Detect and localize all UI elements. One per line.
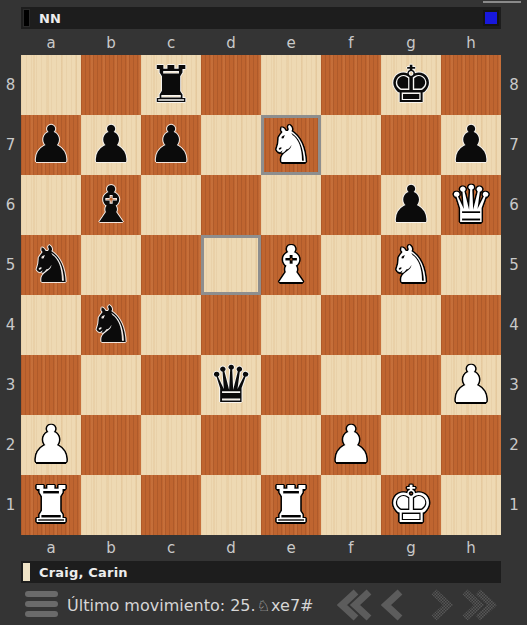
file-labels-bottom: abcdefgh [21,537,501,559]
square-c8[interactable]: ♜ [141,55,201,115]
chess-board: ♜♚♟♟♟♞♟♝♟♛♞♝♞♞♛♟♟♟♜♜♚ [21,55,501,535]
square-c3[interactable] [141,355,201,415]
file-label: h [441,537,501,559]
file-label: d [201,32,261,54]
square-c4[interactable] [141,295,201,355]
white-side-indicator [23,563,30,581]
square-d8[interactable] [201,55,261,115]
rank-label: 4 [501,295,527,355]
square-h1[interactable] [441,475,501,535]
rank-labels-left: 87654321 [0,55,21,535]
file-label: f [321,537,381,559]
rank-label: 6 [0,175,21,235]
square-b7[interactable]: ♟ [81,115,141,175]
rank-label: 3 [0,355,21,415]
rank-label: 6 [501,175,527,235]
rank-label: 7 [0,115,21,175]
square-e4[interactable] [261,295,321,355]
file-label: d [201,537,261,559]
square-e1[interactable]: ♜ [261,475,321,535]
top-player-bar: NN [21,7,501,29]
black-pawn[interactable]: ♟ [388,175,434,235]
top-player-name: NN [39,11,61,26]
square-e2[interactable] [261,415,321,475]
file-label: h [441,32,501,54]
square-h8[interactable] [441,55,501,115]
square-b6[interactable]: ♝ [81,175,141,235]
white-pawn[interactable]: ♟ [328,415,374,475]
square-f5[interactable] [321,235,381,295]
next-move-button[interactable] [430,589,453,621]
file-label: c [141,537,201,559]
square-h3[interactable]: ♟ [441,355,501,415]
square-b8[interactable] [81,55,141,115]
square-c5[interactable] [141,235,201,295]
square-a6[interactable] [21,175,81,235]
square-e8[interactable] [261,55,321,115]
square-g4[interactable] [381,295,441,355]
square-f1[interactable] [321,475,381,535]
file-label: e [261,537,321,559]
square-a5[interactable]: ♞ [21,235,81,295]
square-d1[interactable] [201,475,261,535]
rank-label: 2 [501,415,527,475]
first-move-button[interactable] [337,589,373,621]
black-pawn[interactable]: ♟ [148,115,194,175]
square-a7[interactable]: ♟ [21,115,81,175]
square-d3[interactable]: ♛ [201,355,261,415]
square-e6[interactable] [261,175,321,235]
square-a3[interactable] [21,355,81,415]
square-b5[interactable] [81,235,141,295]
square-d5[interactable] [201,235,261,295]
rank-label: 1 [0,475,21,535]
file-label: e [261,32,321,54]
rank-label: 3 [501,355,527,415]
rank-label: 8 [0,55,21,115]
square-b1[interactable] [81,475,141,535]
file-label: b [81,32,141,54]
rank-labels-right: 87654321 [501,55,527,535]
black-pawn[interactable]: ♟ [88,115,134,175]
rank-label: 5 [501,235,527,295]
square-g3[interactable] [381,355,441,415]
square-h7[interactable]: ♟ [441,115,501,175]
rank-label: 8 [501,55,527,115]
last-move-button[interactable] [461,589,497,621]
file-label: a [21,32,81,54]
square-g6[interactable]: ♟ [381,175,441,235]
white-pawn[interactable]: ♟ [28,415,74,475]
square-h6[interactable]: ♛ [441,175,501,235]
square-a8[interactable] [21,55,81,115]
square-h5[interactable] [441,235,501,295]
square-d6[interactable] [201,175,261,235]
black-rook[interactable]: ♜ [148,55,194,115]
white-pawn[interactable]: ♟ [448,355,494,415]
bottom-player-bar: Craig, Carin [21,561,501,583]
rank-label: 5 [0,235,21,295]
square-f4[interactable] [321,295,381,355]
square-g1[interactable]: ♚ [381,475,441,535]
bottom-player-name: Craig, Carin [39,565,128,580]
square-g5[interactable]: ♞ [381,235,441,295]
square-g2[interactable] [381,415,441,475]
square-h2[interactable] [441,415,501,475]
black-side-indicator [23,9,30,27]
move-navigation [337,589,497,621]
previous-move-button[interactable] [381,589,404,621]
white-rook[interactable]: ♜ [268,475,314,535]
last-move-suffix: xe7# [271,596,313,615]
white-bishop[interactable]: ♝ [268,235,314,295]
white-rook[interactable]: ♜ [28,475,74,535]
square-a1[interactable]: ♜ [21,475,81,535]
file-label: a [21,537,81,559]
square-d7[interactable] [201,115,261,175]
white-knight-icon: ♘ [257,597,270,615]
black-pawn[interactable]: ♟ [28,115,74,175]
black-queen[interactable]: ♛ [208,355,254,415]
black-pawn[interactable]: ♟ [448,115,494,175]
white-king[interactable]: ♚ [388,475,434,535]
bottom-controls: Último movimiento: 25. ♘ xe7# [0,586,527,625]
square-d2[interactable] [201,415,261,475]
square-c1[interactable] [141,475,201,535]
last-move-prefix: Último movimiento: 25. [67,596,256,615]
square-e3[interactable] [261,355,321,415]
file-labels-top: abcdefgh [21,32,501,54]
square-d4[interactable] [201,295,261,355]
square-f2[interactable]: ♟ [321,415,381,475]
chevron-right-icon [434,592,448,618]
rank-label: 4 [0,295,21,355]
rank-label: 1 [501,475,527,535]
square-h4[interactable] [441,295,501,355]
square-b4[interactable]: ♞ [81,295,141,355]
square-a4[interactable] [21,295,81,355]
hamburger-menu-icon [25,591,58,597]
black-bishop[interactable]: ♝ [88,175,134,235]
square-f3[interactable] [321,355,381,415]
square-e5[interactable]: ♝ [261,235,321,295]
file-label: c [141,32,201,54]
white-knight[interactable]: ♞ [268,115,314,175]
black-knight[interactable]: ♞ [28,235,74,295]
square-a2[interactable]: ♟ [21,415,81,475]
square-e7[interactable]: ♞ [261,115,321,175]
chevron-left-icon [386,592,400,618]
square-b3[interactable] [81,355,141,415]
menu-button[interactable] [25,591,58,619]
square-g8[interactable]: ♚ [381,55,441,115]
rank-label: 7 [501,115,527,175]
window-edge-line [483,1,521,3]
square-c7[interactable]: ♟ [141,115,201,175]
chess-app-window: NN abcdefgh 87654321 ♜♚♟♟♟♞♟♝♟♛♞♝♞♞♛♟♟♟♜… [0,0,527,625]
square-b2[interactable] [81,415,141,475]
square-g7[interactable] [381,115,441,175]
double-chevron-right-icon [465,592,479,618]
file-label: g [381,537,441,559]
rank-label: 2 [0,415,21,475]
square-c6[interactable] [141,175,201,235]
last-move-status: Último movimiento: 25. ♘ xe7# [67,586,313,625]
square-c2[interactable] [141,415,201,475]
white-knight[interactable]: ♞ [388,235,434,295]
file-label: b [81,537,141,559]
file-label: f [321,32,381,54]
engine-indicator[interactable] [485,12,497,24]
square-f7[interactable] [321,115,381,175]
file-label: g [381,32,441,54]
square-f6[interactable] [321,175,381,235]
black-king[interactable]: ♚ [388,55,434,115]
square-f8[interactable] [321,55,381,115]
white-queen[interactable]: ♛ [448,175,494,235]
black-knight[interactable]: ♞ [88,295,134,355]
